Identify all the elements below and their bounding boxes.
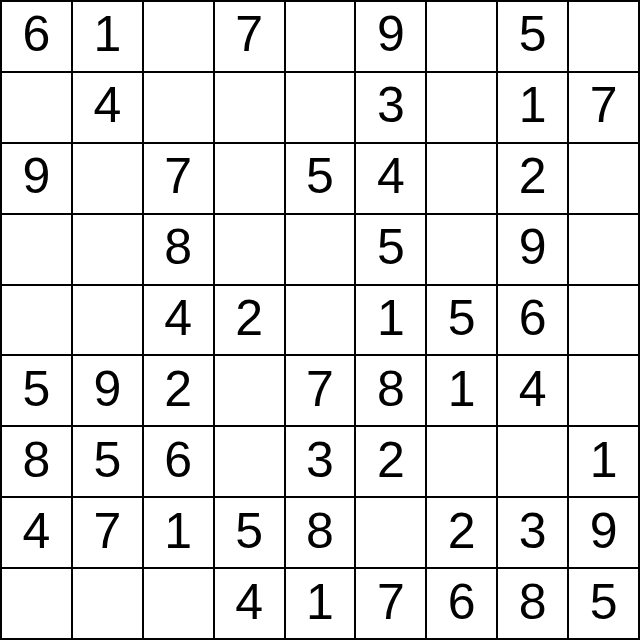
cell-r5c8[interactable]: 6 xyxy=(498,286,567,355)
cell-r5c3[interactable]: 4 xyxy=(144,286,213,355)
cell-r6c4[interactable] xyxy=(215,356,284,425)
cell-r5c6[interactable]: 1 xyxy=(356,286,425,355)
cell-r7c7[interactable] xyxy=(427,427,496,496)
cell-r7c9[interactable]: 1 xyxy=(569,427,638,496)
cell-r3c4[interactable] xyxy=(215,144,284,213)
cell-r3c9[interactable] xyxy=(569,144,638,213)
cell-r8c5[interactable]: 8 xyxy=(286,498,355,567)
cell-r8c3[interactable]: 1 xyxy=(144,498,213,567)
cell-r7c6[interactable]: 2 xyxy=(356,427,425,496)
cell-r4c4[interactable] xyxy=(215,215,284,284)
cell-r7c5[interactable]: 3 xyxy=(286,427,355,496)
cell-r9c7[interactable]: 6 xyxy=(427,569,496,638)
cell-r8c2[interactable]: 7 xyxy=(73,498,142,567)
cell-r2c2[interactable]: 4 xyxy=(73,73,142,142)
cell-r4c9[interactable] xyxy=(569,215,638,284)
cell-r6c1[interactable]: 5 xyxy=(2,356,71,425)
cell-r7c2[interactable]: 5 xyxy=(73,427,142,496)
cell-r6c5[interactable]: 7 xyxy=(286,356,355,425)
cell-r3c2[interactable] xyxy=(73,144,142,213)
cell-r8c6[interactable] xyxy=(356,498,425,567)
cell-r9c4[interactable]: 4 xyxy=(215,569,284,638)
cell-r5c2[interactable] xyxy=(73,286,142,355)
cell-r2c1[interactable] xyxy=(2,73,71,142)
cell-r4c2[interactable] xyxy=(73,215,142,284)
cell-r7c4[interactable] xyxy=(215,427,284,496)
cell-r6c6[interactable]: 8 xyxy=(356,356,425,425)
cell-r9c6[interactable]: 7 xyxy=(356,569,425,638)
cell-r1c3[interactable] xyxy=(144,2,213,71)
cell-r1c2[interactable]: 1 xyxy=(73,2,142,71)
cell-r3c8[interactable]: 2 xyxy=(498,144,567,213)
cell-r4c6[interactable]: 5 xyxy=(356,215,425,284)
cell-r2c4[interactable] xyxy=(215,73,284,142)
cell-r9c2[interactable] xyxy=(73,569,142,638)
cell-r2c3[interactable] xyxy=(144,73,213,142)
cell-r1c4[interactable]: 7 xyxy=(215,2,284,71)
cell-r3c7[interactable] xyxy=(427,144,496,213)
cell-r4c3[interactable]: 8 xyxy=(144,215,213,284)
cell-r9c8[interactable]: 8 xyxy=(498,569,567,638)
cell-r4c7[interactable] xyxy=(427,215,496,284)
cell-r3c5[interactable]: 5 xyxy=(286,144,355,213)
cell-r1c9[interactable] xyxy=(569,2,638,71)
cell-r2c6[interactable]: 3 xyxy=(356,73,425,142)
cell-r8c8[interactable]: 3 xyxy=(498,498,567,567)
cell-r2c9[interactable]: 7 xyxy=(569,73,638,142)
sudoku-board: 6179543179754285942156592781485632147158… xyxy=(0,0,640,640)
cell-r8c7[interactable]: 2 xyxy=(427,498,496,567)
cell-r2c8[interactable]: 1 xyxy=(498,73,567,142)
cell-r9c3[interactable] xyxy=(144,569,213,638)
cell-r9c9[interactable]: 5 xyxy=(569,569,638,638)
cell-r6c3[interactable]: 2 xyxy=(144,356,213,425)
cell-r4c8[interactable]: 9 xyxy=(498,215,567,284)
cell-r5c5[interactable] xyxy=(286,286,355,355)
cell-r8c4[interactable]: 5 xyxy=(215,498,284,567)
cell-r5c1[interactable] xyxy=(2,286,71,355)
cell-r3c3[interactable]: 7 xyxy=(144,144,213,213)
cell-r9c1[interactable] xyxy=(2,569,71,638)
cell-r6c8[interactable]: 4 xyxy=(498,356,567,425)
cell-r9c5[interactable]: 1 xyxy=(286,569,355,638)
cell-r6c2[interactable]: 9 xyxy=(73,356,142,425)
cell-r2c7[interactable] xyxy=(427,73,496,142)
cell-r6c9[interactable] xyxy=(569,356,638,425)
cell-r7c8[interactable] xyxy=(498,427,567,496)
cell-r8c9[interactable]: 9 xyxy=(569,498,638,567)
cell-r7c3[interactable]: 6 xyxy=(144,427,213,496)
cell-r6c7[interactable]: 1 xyxy=(427,356,496,425)
cell-r4c1[interactable] xyxy=(2,215,71,284)
cell-r3c6[interactable]: 4 xyxy=(356,144,425,213)
cell-r5c7[interactable]: 5 xyxy=(427,286,496,355)
cell-r2c5[interactable] xyxy=(286,73,355,142)
cell-r5c9[interactable] xyxy=(569,286,638,355)
cell-r1c1[interactable]: 6 xyxy=(2,2,71,71)
cell-r3c1[interactable]: 9 xyxy=(2,144,71,213)
cell-r7c1[interactable]: 8 xyxy=(2,427,71,496)
cell-r1c7[interactable] xyxy=(427,2,496,71)
cell-r5c4[interactable]: 2 xyxy=(215,286,284,355)
cell-r1c5[interactable] xyxy=(286,2,355,71)
cell-r8c1[interactable]: 4 xyxy=(2,498,71,567)
cell-r4c5[interactable] xyxy=(286,215,355,284)
cell-r1c6[interactable]: 9 xyxy=(356,2,425,71)
cell-r1c8[interactable]: 5 xyxy=(498,2,567,71)
